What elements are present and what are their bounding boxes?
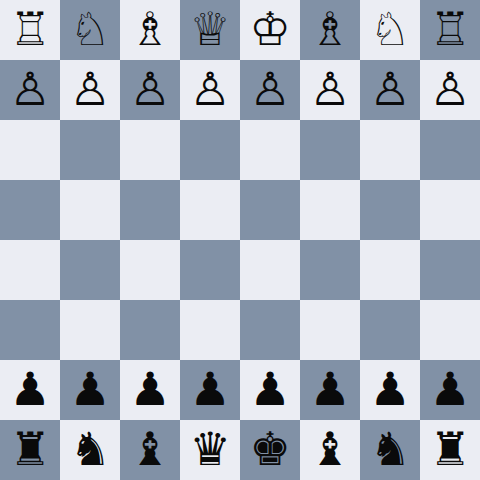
square-e2[interactable]: ♟ [240, 360, 300, 420]
square-e4[interactable] [240, 240, 300, 300]
piece-black-pawn[interactable]: ♟ [309, 366, 350, 412]
square-d7[interactable]: ♙ [180, 60, 240, 120]
square-g3[interactable] [360, 300, 420, 360]
square-b4[interactable] [60, 240, 120, 300]
square-d3[interactable] [180, 300, 240, 360]
square-e1[interactable]: ♚ [240, 420, 300, 480]
square-b7[interactable]: ♙ [60, 60, 120, 120]
square-d2[interactable]: ♟ [180, 360, 240, 420]
square-b2[interactable]: ♟ [60, 360, 120, 420]
square-g8[interactable]: ♘ [360, 0, 420, 60]
square-d6[interactable] [180, 120, 240, 180]
square-c5[interactable] [120, 180, 180, 240]
square-a4[interactable] [0, 240, 60, 300]
square-g2[interactable]: ♟ [360, 360, 420, 420]
square-f6[interactable] [300, 120, 360, 180]
square-e3[interactable] [240, 300, 300, 360]
square-g7[interactable]: ♙ [360, 60, 420, 120]
square-a6[interactable] [0, 120, 60, 180]
square-e6[interactable] [240, 120, 300, 180]
square-f1[interactable]: ♝ [300, 420, 360, 480]
square-d4[interactable] [180, 240, 240, 300]
square-h7[interactable]: ♙ [420, 60, 480, 120]
square-d5[interactable] [180, 180, 240, 240]
square-h4[interactable] [420, 240, 480, 300]
piece-white-rook[interactable]: ♖ [429, 6, 470, 52]
piece-white-pawn[interactable]: ♙ [189, 66, 230, 112]
piece-black-pawn[interactable]: ♟ [189, 366, 230, 412]
piece-white-bishop[interactable]: ♗ [309, 6, 350, 52]
piece-white-pawn[interactable]: ♙ [129, 66, 170, 112]
square-b5[interactable] [60, 180, 120, 240]
piece-white-pawn[interactable]: ♙ [309, 66, 350, 112]
square-a3[interactable] [0, 300, 60, 360]
square-a8[interactable]: ♖ [0, 0, 60, 60]
piece-white-pawn[interactable]: ♙ [9, 66, 50, 112]
square-a7[interactable]: ♙ [0, 60, 60, 120]
piece-black-pawn[interactable]: ♟ [9, 366, 50, 412]
piece-white-pawn[interactable]: ♙ [369, 66, 410, 112]
piece-white-rook[interactable]: ♖ [9, 6, 50, 52]
square-h1[interactable]: ♜ [420, 420, 480, 480]
square-e7[interactable]: ♙ [240, 60, 300, 120]
piece-black-pawn[interactable]: ♟ [249, 366, 290, 412]
square-f7[interactable]: ♙ [300, 60, 360, 120]
piece-black-pawn[interactable]: ♟ [129, 366, 170, 412]
square-c1[interactable]: ♝ [120, 420, 180, 480]
square-b6[interactable] [60, 120, 120, 180]
square-c7[interactable]: ♙ [120, 60, 180, 120]
piece-black-knight[interactable]: ♞ [369, 426, 410, 472]
piece-white-pawn[interactable]: ♙ [429, 66, 470, 112]
square-d8[interactable]: ♕ [180, 0, 240, 60]
piece-white-king[interactable]: ♔ [249, 6, 290, 52]
square-a1[interactable]: ♜ [0, 420, 60, 480]
piece-black-king[interactable]: ♚ [249, 426, 290, 472]
square-a2[interactable]: ♟ [0, 360, 60, 420]
square-f4[interactable] [300, 240, 360, 300]
square-f8[interactable]: ♗ [300, 0, 360, 60]
square-f5[interactable] [300, 180, 360, 240]
piece-black-queen[interactable]: ♛ [189, 426, 230, 472]
square-g5[interactable] [360, 180, 420, 240]
square-h5[interactable] [420, 180, 480, 240]
square-e5[interactable] [240, 180, 300, 240]
square-b1[interactable]: ♞ [60, 420, 120, 480]
piece-black-rook[interactable]: ♜ [429, 426, 470, 472]
square-c8[interactable]: ♗ [120, 0, 180, 60]
square-g1[interactable]: ♞ [360, 420, 420, 480]
square-c4[interactable] [120, 240, 180, 300]
square-h3[interactable] [420, 300, 480, 360]
piece-black-bishop[interactable]: ♝ [309, 426, 350, 472]
piece-black-pawn[interactable]: ♟ [69, 366, 110, 412]
square-h6[interactable] [420, 120, 480, 180]
piece-black-pawn[interactable]: ♟ [369, 366, 410, 412]
piece-white-bishop[interactable]: ♗ [129, 6, 170, 52]
square-c2[interactable]: ♟ [120, 360, 180, 420]
square-f3[interactable] [300, 300, 360, 360]
square-a5[interactable] [0, 180, 60, 240]
square-g6[interactable] [360, 120, 420, 180]
piece-white-queen[interactable]: ♕ [189, 6, 230, 52]
piece-black-rook[interactable]: ♜ [9, 426, 50, 472]
square-c3[interactable] [120, 300, 180, 360]
square-h2[interactable]: ♟ [420, 360, 480, 420]
chess-board: ♖♘♗♕♔♗♘♖♙♙♙♙♙♙♙♙♟♟♟♟♟♟♟♟♜♞♝♛♚♝♞♜ [0, 0, 480, 480]
square-e8[interactable]: ♔ [240, 0, 300, 60]
square-b3[interactable] [60, 300, 120, 360]
piece-white-knight[interactable]: ♘ [369, 6, 410, 52]
square-b8[interactable]: ♘ [60, 0, 120, 60]
square-g4[interactable] [360, 240, 420, 300]
piece-white-pawn[interactable]: ♙ [69, 66, 110, 112]
piece-white-pawn[interactable]: ♙ [249, 66, 290, 112]
piece-black-knight[interactable]: ♞ [69, 426, 110, 472]
piece-black-pawn[interactable]: ♟ [429, 366, 470, 412]
square-h8[interactable]: ♖ [420, 0, 480, 60]
piece-white-knight[interactable]: ♘ [69, 6, 110, 52]
square-c6[interactable] [120, 120, 180, 180]
piece-black-bishop[interactable]: ♝ [129, 426, 170, 472]
square-d1[interactable]: ♛ [180, 420, 240, 480]
square-f2[interactable]: ♟ [300, 360, 360, 420]
